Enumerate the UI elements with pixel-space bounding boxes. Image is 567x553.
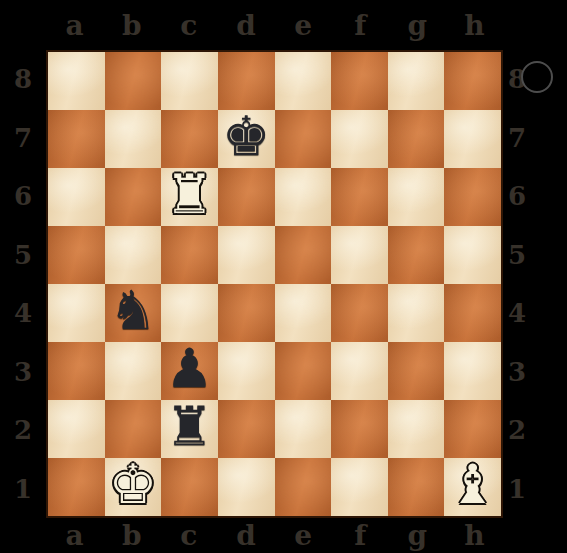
square-e8[interactable] (275, 52, 332, 110)
square-g2[interactable] (388, 400, 445, 458)
square-d3[interactable] (218, 342, 275, 400)
rank-label-1-left: 1 (0, 460, 46, 519)
square-b2[interactable] (105, 400, 162, 458)
rank-label-5-right: 5 (503, 226, 531, 285)
white-bishop-h1[interactable]: ♝ (448, 458, 496, 512)
file-label-c-top: c (160, 0, 217, 50)
square-b8[interactable] (105, 52, 162, 110)
square-b7[interactable] (105, 110, 162, 168)
rank-label-6-left: 6 (0, 167, 46, 226)
square-e1[interactable] (275, 458, 332, 516)
board: ♚♜♞♟♜♚♝ (46, 50, 503, 518)
square-d5[interactable] (218, 226, 275, 284)
square-a6[interactable] (48, 168, 105, 226)
square-c6[interactable]: ♜ (161, 168, 218, 226)
square-d2[interactable] (218, 400, 275, 458)
square-c4[interactable] (161, 284, 218, 342)
square-h3[interactable] (444, 342, 501, 400)
square-d4[interactable] (218, 284, 275, 342)
square-b3[interactable] (105, 342, 162, 400)
rank-label-7-left: 7 (0, 109, 46, 168)
file-label-f-top: f (332, 0, 389, 50)
file-labels-bottom: abcdefgh (46, 518, 503, 553)
square-g6[interactable] (388, 168, 445, 226)
square-b4[interactable]: ♞ (105, 284, 162, 342)
square-g5[interactable] (388, 226, 445, 284)
square-b6[interactable] (105, 168, 162, 226)
file-label-b-bottom: b (103, 518, 160, 553)
white-king-b1[interactable]: ♚ (109, 458, 157, 512)
square-e5[interactable] (275, 226, 332, 284)
square-d6[interactable] (218, 168, 275, 226)
black-knight-b4[interactable]: ♞ (109, 284, 157, 338)
square-c5[interactable] (161, 226, 218, 284)
rank-label-6-right: 6 (503, 167, 531, 226)
square-g1[interactable] (388, 458, 445, 516)
rank-labels-right: 87654321 (503, 50, 531, 518)
black-king-d7[interactable]: ♚ (222, 110, 270, 164)
rank-label-2-left: 2 (0, 401, 46, 460)
file-label-d-bottom: d (217, 518, 274, 553)
square-g3[interactable] (388, 342, 445, 400)
square-h6[interactable] (444, 168, 501, 226)
square-f7[interactable] (331, 110, 388, 168)
file-label-f-bottom: f (332, 518, 389, 553)
square-a7[interactable] (48, 110, 105, 168)
file-label-h-bottom: h (446, 518, 503, 553)
square-a2[interactable] (48, 400, 105, 458)
file-label-d-top: d (217, 0, 274, 50)
square-a5[interactable] (48, 226, 105, 284)
black-to-move-indicator (521, 61, 553, 93)
square-h7[interactable] (444, 110, 501, 168)
file-label-e-top: e (275, 0, 332, 50)
square-h5[interactable] (444, 226, 501, 284)
square-b1[interactable]: ♚ (105, 458, 162, 516)
square-g8[interactable] (388, 52, 445, 110)
square-a8[interactable] (48, 52, 105, 110)
chess-diagram: abcdefgh 87654321 ♚♜♞♟♜♚♝ 87654321 abcde… (0, 0, 567, 553)
file-label-c-bottom: c (160, 518, 217, 553)
rank-label-4-left: 4 (0, 284, 46, 343)
black-rook-c2[interactable]: ♜ (165, 400, 213, 454)
square-h8[interactable] (444, 52, 501, 110)
rank-label-2-right: 2 (503, 401, 531, 460)
square-d7[interactable]: ♚ (218, 110, 275, 168)
file-label-a-bottom: a (46, 518, 103, 553)
file-label-h-top: h (446, 0, 503, 50)
rank-label-5-left: 5 (0, 226, 46, 285)
square-e2[interactable] (275, 400, 332, 458)
square-c3[interactable]: ♟ (161, 342, 218, 400)
file-label-g-bottom: g (389, 518, 446, 553)
square-e3[interactable] (275, 342, 332, 400)
square-e4[interactable] (275, 284, 332, 342)
square-f8[interactable] (331, 52, 388, 110)
black-pawn-c3[interactable]: ♟ (165, 342, 213, 396)
square-f1[interactable] (331, 458, 388, 516)
square-h2[interactable] (444, 400, 501, 458)
square-b5[interactable] (105, 226, 162, 284)
rank-label-3-right: 3 (503, 343, 531, 402)
square-g7[interactable] (388, 110, 445, 168)
rank-label-7-right: 7 (503, 109, 531, 168)
square-c8[interactable] (161, 52, 218, 110)
square-e6[interactable] (275, 168, 332, 226)
square-a3[interactable] (48, 342, 105, 400)
square-f6[interactable] (331, 168, 388, 226)
square-f2[interactable] (331, 400, 388, 458)
rank-label-4-right: 4 (503, 284, 531, 343)
square-c7[interactable] (161, 110, 218, 168)
square-h4[interactable] (444, 284, 501, 342)
file-label-g-top: g (389, 0, 446, 50)
white-rook-c6[interactable]: ♜ (165, 168, 213, 222)
square-c1[interactable] (161, 458, 218, 516)
square-g4[interactable] (388, 284, 445, 342)
square-f5[interactable] (331, 226, 388, 284)
rank-label-8-left: 8 (0, 50, 46, 109)
rank-labels-left: 87654321 (0, 50, 46, 518)
square-h1[interactable]: ♝ (444, 458, 501, 516)
square-f4[interactable] (331, 284, 388, 342)
square-d8[interactable] (218, 52, 275, 110)
square-c2[interactable]: ♜ (161, 400, 218, 458)
square-e7[interactable] (275, 110, 332, 168)
file-label-a-top: a (46, 0, 103, 50)
rank-label-3-left: 3 (0, 343, 46, 402)
file-label-b-top: b (103, 0, 160, 50)
rank-label-1-right: 1 (503, 460, 531, 519)
square-a4[interactable] (48, 284, 105, 342)
square-d1[interactable] (218, 458, 275, 516)
square-f3[interactable] (331, 342, 388, 400)
file-label-e-bottom: e (275, 518, 332, 553)
square-a1[interactable] (48, 458, 105, 516)
file-labels-top: abcdefgh (46, 0, 503, 50)
